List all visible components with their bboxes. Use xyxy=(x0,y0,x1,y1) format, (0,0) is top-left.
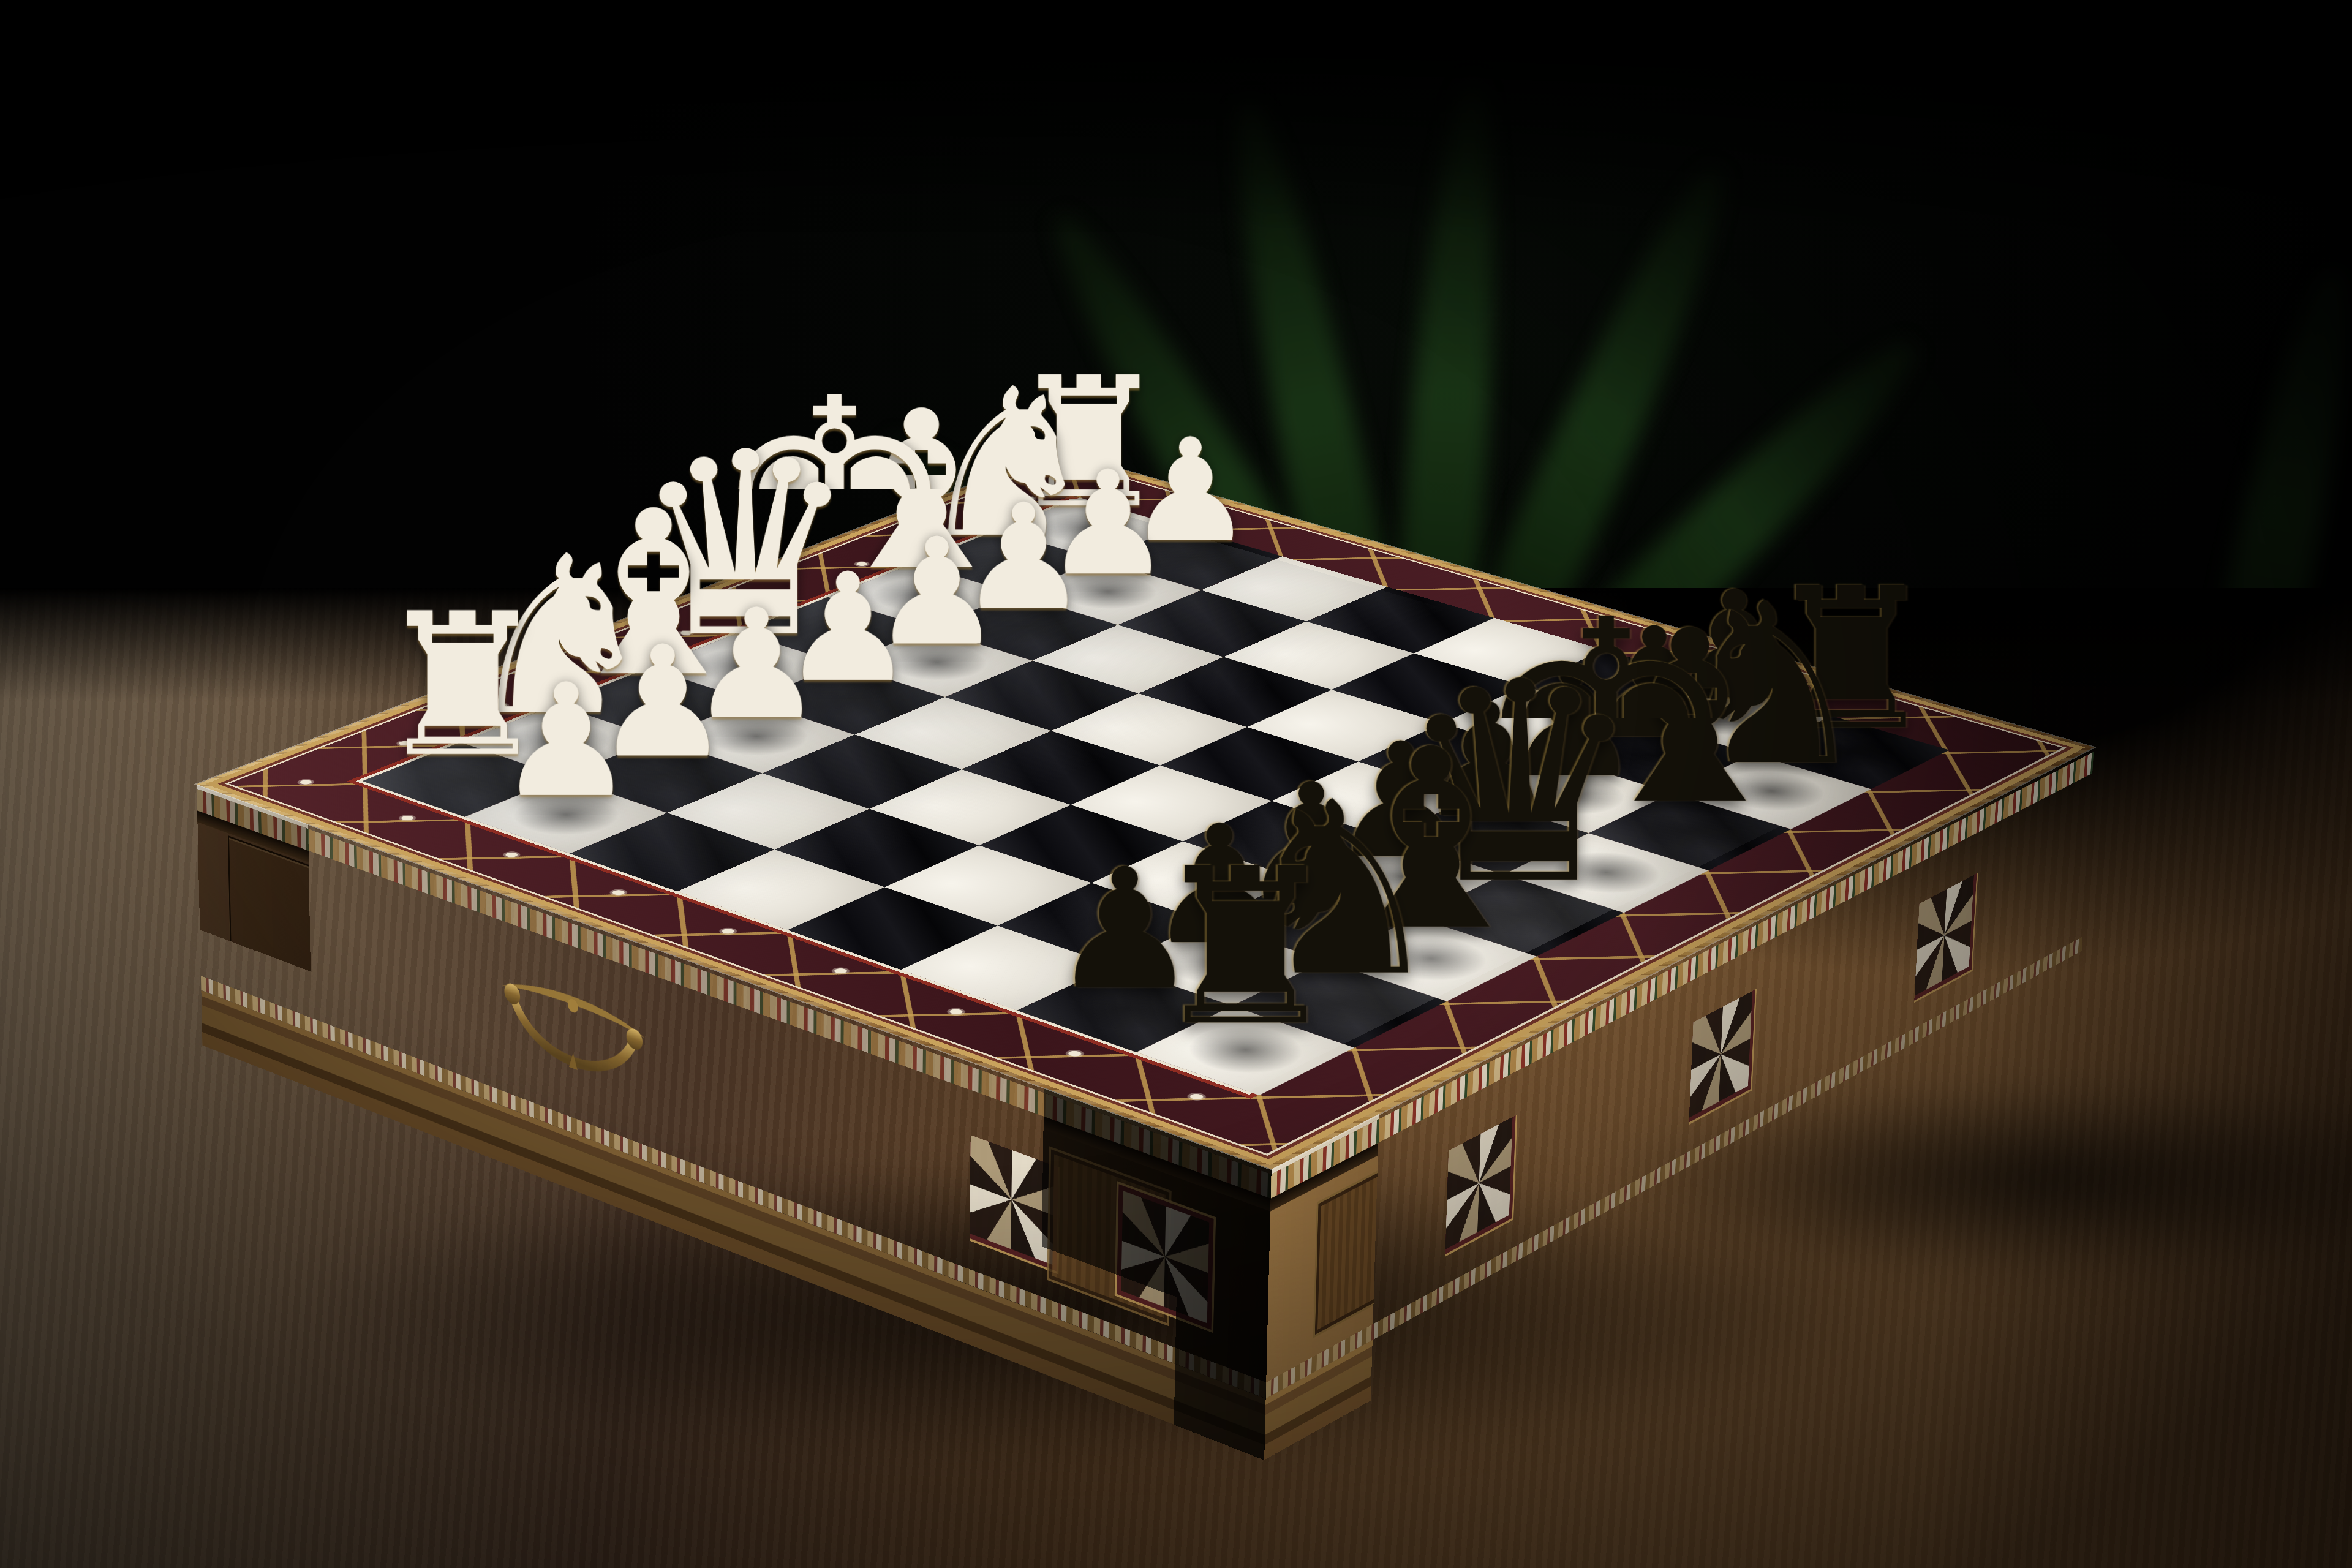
wood-inlay-panel xyxy=(1992,821,2058,964)
star-mosaic-panel xyxy=(1915,875,1974,996)
pawn-icon: ♟ xyxy=(496,667,636,815)
square-a8[interactable]: ♜ xyxy=(1136,1006,1354,1095)
scene-3d: ♜♞♝♛♚♝♞♜♟♟♟♟♟♟♟♟♟♟♟♟♟♟♟♟♜♞♝♛♚♝♞♜ xyxy=(0,0,2352,1568)
rook-icon: ♜ xyxy=(1149,845,1342,1050)
wood-inlay-panel xyxy=(1773,928,1853,1083)
star-mosaic-panel xyxy=(1445,1117,1513,1249)
wood-inlay-panel xyxy=(1536,1049,1622,1212)
photo-scene: ♜♞♝♛♚♝♞♜♟♟♟♟♟♟♟♟♟♟♟♟♟♟♟♟♜♞♝♛♚♝♞♜ xyxy=(0,0,2352,1568)
star-mosaic-panel xyxy=(1689,991,1752,1118)
wood-inlay-panel xyxy=(1317,1161,1408,1330)
chess-box: ♜♞♝♛♚♝♞♜♟♟♟♟♟♟♟♟♟♟♟♟♟♟♟♟♜♞♝♛♚♝♞♜ xyxy=(197,451,2094,1169)
star-mosaic-panel xyxy=(970,1135,1054,1265)
